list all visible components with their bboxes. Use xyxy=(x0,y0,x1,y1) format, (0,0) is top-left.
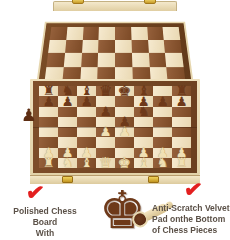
white-rook: ♜ xyxy=(176,158,188,168)
square xyxy=(153,117,172,127)
black-pawn: ♟ xyxy=(81,97,93,107)
square xyxy=(58,117,77,127)
lid-square xyxy=(65,40,83,53)
lid-square xyxy=(131,40,148,53)
brass-hinge-icon xyxy=(72,0,84,4)
black-knight: ♞ xyxy=(138,107,150,117)
white-knight: ♞ xyxy=(62,158,74,168)
square: ♞ xyxy=(134,107,153,117)
checkmark-icon: ✔ xyxy=(25,181,46,205)
lid-square xyxy=(148,53,166,67)
black-king: ♚ xyxy=(118,86,131,96)
lid-square xyxy=(82,27,99,40)
product-photo-chess-set: ♜♞♝♛♚♝♜♟♟♟♟♟♟♟♞♟♟♟♟♟♟♟♟♟♜♞♝♛♚♝♞♜ ♟ ♚ ✔ ✔… xyxy=(0,0,230,240)
black-queen: ♛ xyxy=(99,86,112,96)
lid-square xyxy=(115,53,132,67)
caption-left-line1: Polished Chess Board xyxy=(0,206,90,228)
checkmark-icon: ✔ xyxy=(183,178,204,202)
square xyxy=(77,117,96,127)
white-pawn: ♟ xyxy=(119,127,131,137)
lid-square xyxy=(132,53,150,67)
lid-square xyxy=(148,40,166,53)
white-pawn: ♟ xyxy=(100,127,112,137)
square: ♚ xyxy=(115,158,134,168)
lid-square xyxy=(98,53,115,67)
caption-right: Anti-Scratch Velvet Pad onthe Bottom of … xyxy=(152,203,230,236)
lid-square xyxy=(64,53,82,67)
lid-square xyxy=(46,53,64,67)
square: ♝ xyxy=(134,158,153,168)
square: ♟ xyxy=(77,96,96,106)
white-bishop: ♝ xyxy=(138,158,150,168)
square xyxy=(39,117,58,127)
lid-top-edge xyxy=(53,1,177,11)
caption-right-line2: Pad onthe Bottom xyxy=(152,214,230,225)
lid-square xyxy=(163,27,180,40)
white-queen: ♛ xyxy=(99,158,112,168)
square xyxy=(39,127,58,137)
lid-checkerboard-frame xyxy=(38,23,192,86)
square: ♟ xyxy=(96,127,115,137)
square: ♛ xyxy=(96,86,115,96)
square: ♟ xyxy=(39,96,58,106)
square: ♟ xyxy=(115,127,134,137)
square: ♟ xyxy=(153,96,172,106)
square xyxy=(172,127,191,137)
white-knight: ♞ xyxy=(157,158,169,168)
square xyxy=(153,127,172,137)
square xyxy=(172,117,191,127)
caption-left: Polished Chess Board With Inlaid Walnut … xyxy=(0,206,90,240)
black-pawn: ♟ xyxy=(62,97,74,107)
lid-checkerboard xyxy=(45,27,186,81)
board-grid: ♜♞♝♛♚♝♜♟♟♟♟♟♟♟♞♟♟♟♟♟♟♟♟♟♜♞♝♛♚♝♞♜ xyxy=(39,86,191,168)
square: ♜ xyxy=(39,158,58,168)
lid-square xyxy=(81,53,99,67)
lid-square xyxy=(66,27,83,40)
brass-clasp-icon xyxy=(62,176,73,183)
board-outer-rim: ♜♞♝♛♚♝♜♟♟♟♟♟♟♟♞♟♟♟♟♟♟♟♟♟♜♞♝♛♚♝♞♜ xyxy=(30,79,200,175)
square xyxy=(77,127,96,137)
brass-clasp-icon xyxy=(148,176,159,183)
square: ♛ xyxy=(96,158,115,168)
square: ♟ xyxy=(96,107,115,117)
black-pawn-offboard: ♟ xyxy=(21,107,36,124)
square: ♝ xyxy=(77,158,96,168)
square: ♚ xyxy=(115,86,134,96)
lid-square xyxy=(99,27,115,40)
black-pawn: ♟ xyxy=(43,97,55,107)
square: ♟ xyxy=(58,96,77,106)
lid-square xyxy=(147,27,164,40)
lid-square xyxy=(48,40,66,53)
black-pawn: ♟ xyxy=(176,97,188,107)
lid-square xyxy=(50,27,67,40)
lid-square xyxy=(164,40,182,53)
square: ♞ xyxy=(153,158,172,168)
black-pawn: ♟ xyxy=(157,97,169,107)
lid-square xyxy=(82,40,99,53)
square xyxy=(58,127,77,137)
white-king: ♚ xyxy=(118,158,131,168)
white-bishop: ♝ xyxy=(81,158,93,168)
board-walnut-border: ♜♞♝♛♚♝♜♟♟♟♟♟♟♟♞♟♟♟♟♟♟♟♟♟♜♞♝♛♚♝♞♜ xyxy=(33,81,197,173)
lid-square xyxy=(165,53,183,67)
lid-square xyxy=(115,27,131,40)
black-pawn: ♟ xyxy=(100,107,112,117)
brass-hinge-icon xyxy=(144,0,156,4)
square: ♟ xyxy=(172,96,191,106)
lid-square xyxy=(131,27,148,40)
playing-board: ♜♞♝♛♚♝♜♟♟♟♟♟♟♟♞♟♟♟♟♟♟♟♟♟♜♞♝♛♚♝♞♜ xyxy=(30,79,200,184)
white-rook: ♜ xyxy=(43,158,55,168)
lid-square xyxy=(115,40,132,53)
caption-right-line1: Anti-Scratch Velvet xyxy=(152,203,230,214)
caption-left-line2: With xyxy=(0,228,90,239)
square xyxy=(134,127,153,137)
square: ♞ xyxy=(58,158,77,168)
caption-right-line3: of Chess Pieces xyxy=(152,225,230,236)
lid-square xyxy=(98,40,115,53)
board-lid xyxy=(35,1,195,86)
square: ♜ xyxy=(172,158,191,168)
board-fold-line xyxy=(33,127,197,128)
